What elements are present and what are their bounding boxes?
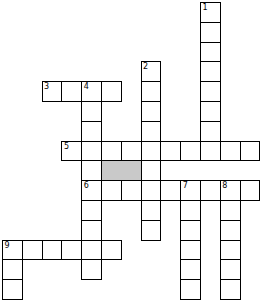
grid-cell[interactable] [200, 101, 221, 122]
grid-cell[interactable] [141, 180, 162, 201]
grid-cell[interactable] [2, 279, 23, 300]
grid-cell[interactable] [200, 81, 221, 102]
grid-cell[interactable] [200, 180, 221, 201]
grid-cell[interactable] [121, 141, 142, 162]
grid-cell[interactable] [160, 180, 181, 201]
grid-cell[interactable] [81, 101, 102, 122]
grid-cell[interactable] [160, 141, 181, 162]
grid-cell[interactable] [200, 121, 221, 142]
grid-cell[interactable] [101, 141, 122, 162]
grid-cell[interactable] [220, 200, 241, 221]
grid-cell[interactable] [180, 259, 201, 280]
grid-cell[interactable] [180, 200, 201, 221]
grid-cell[interactable] [200, 141, 221, 162]
grid-cell[interactable] [42, 81, 63, 102]
grid-cell[interactable] [2, 240, 23, 261]
grid-cell[interactable] [81, 121, 102, 142]
grid-cell[interactable] [141, 61, 162, 82]
grid-cell[interactable] [220, 259, 241, 280]
grid-cell[interactable] [141, 141, 162, 162]
grid-cell[interactable] [200, 61, 221, 82]
grid-cell[interactable] [121, 180, 142, 201]
grid-cell[interactable] [81, 81, 102, 102]
grid-cell[interactable] [180, 141, 201, 162]
grid-cell[interactable] [81, 200, 102, 221]
grid-cell[interactable] [141, 81, 162, 102]
shaded-cell [101, 160, 142, 181]
grid-cell[interactable] [220, 279, 241, 300]
grid-cell[interactable] [81, 259, 102, 280]
grid-cell[interactable] [220, 220, 241, 241]
grid-cell[interactable] [141, 200, 162, 221]
grid-cell[interactable] [220, 180, 241, 201]
grid-cell[interactable] [141, 121, 162, 142]
grid-cell[interactable] [61, 141, 82, 162]
grid-cell[interactable] [101, 180, 122, 201]
crossword-board: 123456789 [0, 0, 261, 301]
grid-cell[interactable] [141, 101, 162, 122]
grid-cell[interactable] [22, 240, 43, 261]
grid-cell[interactable] [220, 240, 241, 261]
grid-cell[interactable] [81, 220, 102, 241]
grid-cell[interactable] [2, 259, 23, 280]
grid-cell[interactable] [81, 240, 102, 261]
grid-cell[interactable] [101, 240, 122, 261]
grid-cell[interactable] [81, 180, 102, 201]
grid-cell[interactable] [180, 180, 201, 201]
grid-cell[interactable] [61, 240, 82, 261]
grid-cell[interactable] [200, 22, 221, 43]
grid-cell[interactable] [101, 81, 122, 102]
grid-cell[interactable] [200, 42, 221, 63]
grid-cell[interactable] [141, 220, 162, 241]
grid-cell[interactable] [180, 240, 201, 261]
grid-cell[interactable] [220, 141, 241, 162]
grid-cell[interactable] [180, 279, 201, 300]
grid-cell[interactable] [42, 240, 63, 261]
grid-cell[interactable] [180, 220, 201, 241]
grid-cell[interactable] [61, 81, 82, 102]
grid-cell[interactable] [240, 141, 261, 162]
grid-cell[interactable] [141, 160, 162, 181]
grid-cell[interactable] [240, 180, 261, 201]
grid-cell[interactable] [81, 141, 102, 162]
grid-cell[interactable] [81, 160, 102, 181]
grid-cell[interactable] [200, 2, 221, 23]
